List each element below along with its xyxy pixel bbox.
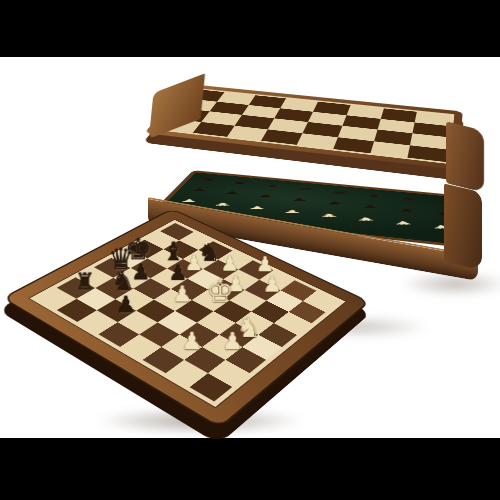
tray-black-pawn: ♟: [396, 208, 416, 212]
lid-square: [261, 129, 302, 145]
white-pawn: ♟: [172, 285, 192, 306]
square-a8: [37, 288, 77, 310]
black-pawn: ♟: [115, 295, 135, 317]
white-pawn: ♟: [222, 331, 243, 353]
tray-black-bishop: ♝: [365, 194, 384, 198]
chess-board: ♜♛♚♞♟♝♟♟♟♞♟♟♚♟♟♟♟♟♞: [1, 208, 370, 428]
board-frame: ♜♛♚♞♟♝♟♟♟♞♟♟♚♟♟♟♟♟♞: [4, 210, 367, 427]
white-pawn: ♟: [181, 331, 202, 354]
lid-square: [297, 133, 338, 149]
tray-black-pawn: ♟: [360, 205, 380, 209]
letterbox-bar-top: [0, 0, 500, 57]
tray-white-pawn: ♟: [393, 221, 414, 225]
tray-black-pawn: ♟: [325, 201, 344, 205]
black-rook: ♜: [74, 272, 95, 294]
black-knight: ♞: [111, 269, 134, 294]
tray-white-pawn: ♟: [355, 217, 375, 221]
tray-black-king: ♚: [330, 191, 348, 195]
tray-black-knight: ♞: [400, 197, 420, 201]
white-pawn: ♟: [262, 275, 281, 295]
product-photo: ♜♞♝♛♚♝♞♜♟♟♟♟♟♟♟♟♟♟♟♟♟♟♟♟ ♜♛♚♞♟♝♟♟♟♞♟♟♚♟♟…: [0, 0, 500, 500]
white-king: ♚: [206, 277, 234, 307]
letterbox-bar-bottom: [0, 438, 500, 500]
case-right-end: [444, 184, 482, 271]
board-inlay-border: ♜♛♚♞♟♝♟♟♟♞♟♟♚♟♟♟♟♟♞: [28, 219, 347, 408]
